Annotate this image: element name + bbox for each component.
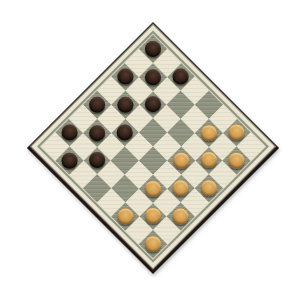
board-grid	[41, 35, 264, 258]
board-frame-cream	[30, 24, 276, 270]
photo-background	[0, 0, 300, 300]
board-rotator	[27, 22, 279, 274]
checkers-board	[27, 22, 279, 274]
board-frame-gray-stripe	[37, 31, 269, 263]
board-frame-inner-line	[40, 33, 266, 259]
